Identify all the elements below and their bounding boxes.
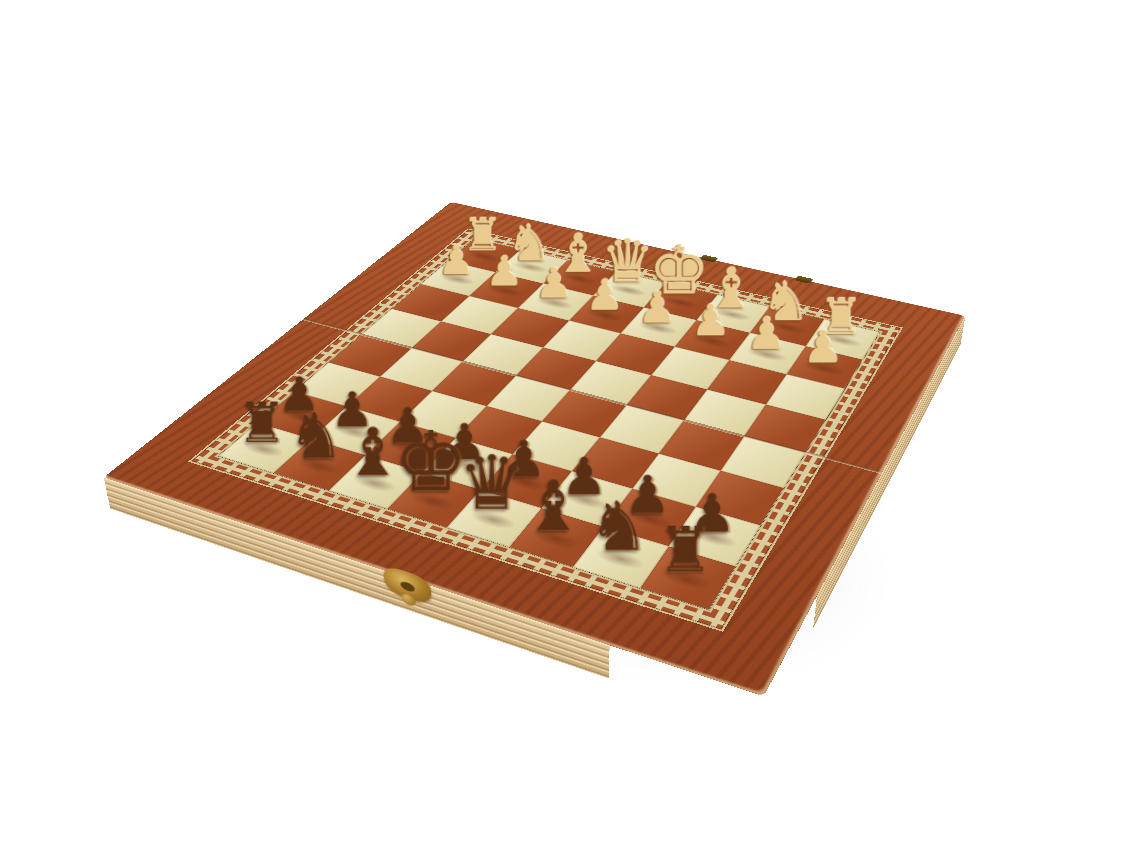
- piece-shadow: [558, 271, 600, 286]
- piece-shadow: [658, 294, 702, 310]
- square-e3: [596, 333, 674, 375]
- product-photo-scene: ♜♞♝♛♚♝♞♜♟♟♟♟♟♟♟♟♟♟♟♟♟♟♟♟♜♞♝♚♛♝♞♜: [0, 0, 1140, 855]
- white-rook: ♜: [454, 186, 509, 257]
- piece-shadow: [800, 359, 847, 378]
- piece-shadow: [635, 319, 680, 336]
- brass-clasp: [383, 564, 432, 607]
- white-rook: ♜: [811, 264, 872, 342]
- piece-shadow: [658, 565, 715, 593]
- square-h1: ♜: [806, 319, 880, 359]
- folding-chess-box: ♜♞♝♛♚♝♞♜♟♟♟♟♟♟♟♟♟♟♟♟♟♟♟♟♜♞♝♚♛♝♞♜: [104, 202, 966, 696]
- square-h8: ♜: [640, 546, 736, 610]
- white-pawn: ♟: [735, 277, 797, 356]
- square-a7: ♟: [258, 391, 347, 438]
- piece-shadow: [292, 454, 343, 477]
- piece-shadow: [484, 283, 527, 299]
- piece-shadow: [592, 545, 648, 572]
- piece-shadow: [621, 506, 675, 531]
- piece-shadow: [499, 470, 551, 493]
- piece-shadow: [607, 282, 650, 298]
- piece-shadow: [441, 454, 492, 477]
- white-bishop: ♝: [549, 207, 606, 280]
- piece-shadow: [466, 507, 520, 532]
- piece-shadow: [764, 319, 809, 336]
- hinge: [699, 255, 717, 263]
- hinge: [795, 276, 814, 284]
- square-c8: ♝: [329, 455, 422, 509]
- white-queen: ♛: [599, 218, 657, 292]
- perspective-scene: ♜♞♝♛♚♝♞♜♟♟♟♟♟♟♟♟♟♟♟♟♟♟♟♟♜♞♝♚♛♝♞♜: [0, 0, 1140, 855]
- piece-shadow: [329, 421, 379, 442]
- piece-shadow: [710, 306, 754, 323]
- piece-shadow: [276, 406, 325, 427]
- white-knight: ♞: [755, 252, 815, 329]
- white-knight: ♞: [501, 197, 557, 269]
- square-d3: [543, 320, 621, 360]
- piece-shadow: [510, 260, 552, 275]
- white-king: ♚: [650, 229, 708, 304]
- piece-shadow: [348, 471, 400, 495]
- piece-shadow: [384, 437, 434, 459]
- white-bishop: ♝: [702, 240, 761, 316]
- piece-shadow: [463, 249, 504, 264]
- piece-shadow: [686, 525, 741, 551]
- piece-shadow: [406, 489, 459, 513]
- piece-shadow: [528, 526, 583, 552]
- piece-shadow: [238, 438, 288, 460]
- piece-shadow: [819, 331, 865, 349]
- piece-shadow: [533, 295, 577, 311]
- piece-shadow: [436, 271, 478, 286]
- square-b4: [411, 321, 491, 361]
- piece-shadow: [559, 488, 612, 512]
- piece-shadow: [583, 307, 627, 324]
- piece-shadow: [689, 332, 735, 350]
- piece-shadow: [744, 345, 790, 363]
